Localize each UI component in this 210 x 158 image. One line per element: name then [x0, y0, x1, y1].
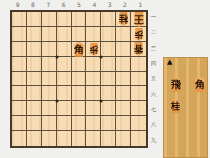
- board-cell-5b[interactable]: [72, 27, 87, 42]
- piece-4c-gote-pawn[interactable]: 歩: [86, 42, 101, 57]
- board-cell-1e[interactable]: [131, 72, 146, 87]
- board-cell-8e[interactable]: [27, 72, 42, 87]
- board-cell-8i[interactable]: [27, 131, 42, 146]
- board-cell-1f[interactable]: [131, 86, 146, 101]
- board-cell-8d[interactable]: [27, 57, 42, 72]
- rank-label: 五: [149, 71, 158, 86]
- rank-label: 七: [149, 102, 158, 117]
- hoshi-dot: [100, 100, 103, 103]
- board-cell-3f[interactable]: [101, 86, 116, 101]
- board-cell-4g[interactable]: [86, 101, 101, 116]
- rank-label: 四: [149, 56, 158, 71]
- hand-piece-knight[interactable]: 桂: [169, 99, 182, 113]
- board-cell-9e[interactable]: [12, 72, 27, 87]
- board-cell-2c[interactable]: [116, 42, 131, 57]
- board-cell-2g[interactable]: [116, 101, 131, 116]
- board-cell-8f[interactable]: [27, 86, 42, 101]
- board-cell-5i[interactable]: [72, 131, 87, 146]
- board-cell-9a[interactable]: [12, 12, 27, 27]
- board-cell-6g[interactable]: [57, 101, 72, 116]
- board-cell-5d[interactable]: [72, 57, 87, 72]
- file-label: 9: [10, 1, 25, 9]
- board-cell-7g[interactable]: [42, 101, 57, 116]
- piece-2a-gote-knight[interactable]: 桂: [116, 12, 131, 27]
- board-cell-6a[interactable]: [57, 12, 72, 27]
- rank-label: 三: [149, 41, 158, 56]
- board-cell-2f[interactable]: [116, 86, 131, 101]
- board-cell-4e[interactable]: [86, 72, 101, 87]
- board-cell-5e[interactable]: [72, 72, 87, 87]
- board-cell-7e[interactable]: [42, 72, 57, 87]
- board-cell-7b[interactable]: [42, 27, 57, 42]
- board-cell-5a[interactable]: [72, 12, 87, 27]
- board-cell-9h[interactable]: [12, 116, 27, 131]
- board-cell-7d[interactable]: [42, 57, 57, 72]
- board-cell-3h[interactable]: [101, 116, 116, 131]
- board-cell-2h[interactable]: [116, 116, 131, 131]
- board-cell-2i[interactable]: [116, 131, 131, 146]
- shogi-board[interactable]: 桂王歩香角歩: [10, 10, 148, 148]
- board-cell-6h[interactable]: [57, 116, 72, 131]
- board-cell-4f[interactable]: [86, 86, 101, 101]
- file-label: 5: [71, 1, 86, 9]
- board-cell-8a[interactable]: [27, 12, 42, 27]
- file-label: 7: [41, 1, 56, 9]
- hand-piece-bishop[interactable]: 角: [193, 77, 207, 92]
- board-cell-4i[interactable]: [86, 131, 101, 146]
- board-cell-9i[interactable]: [12, 131, 27, 146]
- piece-1b-gote-pawn[interactable]: 歩: [131, 27, 146, 42]
- board-cell-6e[interactable]: [57, 72, 72, 87]
- file-labels: 987654321: [10, 1, 148, 9]
- rank-label: 二: [149, 25, 158, 40]
- board-cell-9c[interactable]: [12, 42, 27, 57]
- board-cell-3c[interactable]: [101, 42, 116, 57]
- board-cell-3b[interactable]: [101, 27, 116, 42]
- board-cell-2d[interactable]: [116, 57, 131, 72]
- piece-1c-gote-lance[interactable]: 香: [131, 42, 146, 57]
- board-cell-1d[interactable]: [131, 57, 146, 72]
- tsume-shogi-page: 987654321 桂王歩香角歩 一二三四五六七八九 ▲ 飛角桂: [0, 0, 210, 158]
- komadai-sente: ▲ 飛角桂: [163, 57, 208, 158]
- board-cell-2b[interactable]: [116, 27, 131, 42]
- board-cell-4a[interactable]: [86, 12, 101, 27]
- file-label: 2: [117, 1, 132, 9]
- board-cell-5f[interactable]: [72, 86, 87, 101]
- board-cell-4d[interactable]: [86, 57, 101, 72]
- rank-label: 六: [149, 87, 158, 102]
- board-cell-3a[interactable]: [101, 12, 116, 27]
- board-cell-9d[interactable]: [12, 57, 27, 72]
- board-cell-3e[interactable]: [101, 72, 116, 87]
- rank-label: 九: [149, 133, 158, 148]
- board-cell-8h[interactable]: [27, 116, 42, 131]
- board-cell-6f[interactable]: [57, 86, 72, 101]
- file-label: 4: [87, 1, 102, 9]
- file-label: 8: [25, 1, 40, 9]
- board-cell-7c[interactable]: [42, 42, 57, 57]
- board-cell-8g[interactable]: [27, 101, 42, 116]
- rank-labels: 一二三四五六七八九: [149, 10, 158, 148]
- board-cell-4h[interactable]: [86, 116, 101, 131]
- board-cell-7h[interactable]: [42, 116, 57, 131]
- rank-label: 一: [149, 10, 158, 25]
- board-cell-3d[interactable]: [101, 57, 116, 72]
- hoshi-dot: [55, 55, 58, 58]
- board-cell-6d[interactable]: [57, 57, 72, 72]
- board-cell-9b[interactable]: [12, 27, 27, 42]
- board-cell-9g[interactable]: [12, 101, 27, 116]
- file-label: 1: [133, 1, 148, 9]
- hand-piece-rook[interactable]: 飛: [169, 77, 183, 92]
- piece-5c-sente-bishop[interactable]: 角: [72, 42, 87, 57]
- board-cell-1h[interactable]: [131, 116, 146, 131]
- board-cell-4b[interactable]: [86, 27, 101, 42]
- hoshi-dot: [55, 100, 58, 103]
- board-cell-3i[interactable]: [101, 131, 116, 146]
- board-cell-1g[interactable]: [131, 101, 146, 116]
- board-cell-8b[interactable]: [27, 27, 42, 42]
- piece-1a-gote-king[interactable]: 王: [131, 12, 146, 27]
- sente-marker: ▲: [167, 59, 172, 66]
- board-cell-7i[interactable]: [42, 131, 57, 146]
- board-cell-8c[interactable]: [27, 42, 42, 57]
- file-label: 3: [102, 1, 117, 9]
- rank-label: 八: [149, 117, 158, 132]
- board-cell-1i[interactable]: [131, 131, 146, 146]
- board-cell-5h[interactable]: [72, 116, 87, 131]
- board-cell-6b[interactable]: [57, 27, 72, 42]
- board-cell-9f[interactable]: [12, 86, 27, 101]
- board-cell-6i[interactable]: [57, 131, 72, 146]
- board-cell-7a[interactable]: [42, 12, 57, 27]
- board-cell-7f[interactable]: [42, 86, 57, 101]
- board-cell-2e[interactable]: [116, 72, 131, 87]
- file-label: 6: [56, 1, 71, 9]
- board-cell-3g[interactable]: [101, 101, 116, 116]
- board-cell-5g[interactable]: [72, 101, 87, 116]
- board-cell-6c[interactable]: [57, 42, 72, 57]
